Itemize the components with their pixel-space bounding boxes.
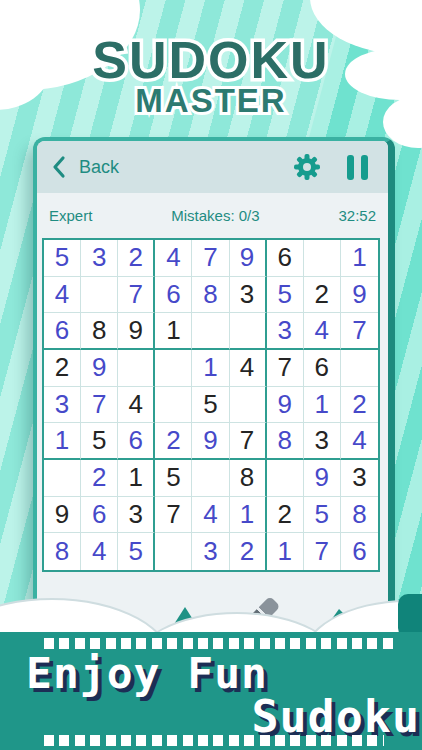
sudoku-cell[interactable]: 4 [118, 387, 155, 424]
sudoku-cell[interactable]: 9 [81, 350, 118, 387]
sudoku-cell[interactable] [341, 350, 378, 387]
sudoku-cell[interactable]: 8 [267, 423, 304, 460]
sudoku-cell[interactable]: 5 [81, 423, 118, 460]
sudoku-cell[interactable]: 1 [267, 533, 304, 570]
sudoku-cell[interactable]: 3 [81, 240, 118, 277]
sudoku-cell[interactable]: 5 [155, 460, 192, 497]
sudoku-cell[interactable]: 6 [118, 423, 155, 460]
sudoku-cell[interactable]: 6 [155, 277, 192, 314]
sudoku-cell[interactable]: 4 [304, 313, 341, 350]
sudoku-cell[interactable]: 9 [341, 277, 378, 314]
sudoku-cell[interactable]: 4 [341, 423, 378, 460]
sudoku-cell[interactable]: 1 [44, 423, 81, 460]
sudoku-cell[interactable]: 3 [44, 387, 81, 424]
sudoku-cell[interactable] [267, 460, 304, 497]
sudoku-cell[interactable] [155, 533, 192, 570]
timer: 32:52 [338, 207, 376, 224]
sudoku-cell[interactable]: 1 [192, 350, 229, 387]
status-row: Expert Mistakes: 0/3 32:52 [37, 193, 388, 238]
mistakes-counter: Mistakes: 0/3 [92, 207, 338, 224]
screenshot-root: SUDOKU MASTER Back [0, 0, 422, 750]
sudoku-cell[interactable]: 7 [230, 423, 267, 460]
sudoku-cell[interactable] [118, 350, 155, 387]
sudoku-cell[interactable]: 1 [118, 460, 155, 497]
sudoku-cell[interactable]: 2 [81, 460, 118, 497]
pause-icon [347, 155, 354, 180]
sudoku-cell[interactable]: 6 [44, 313, 81, 350]
app-title: SUDOKU [0, 30, 422, 90]
back-button[interactable]: Back [51, 155, 119, 179]
sudoku-cell[interactable]: 9 [44, 497, 81, 534]
sudoku-cell[interactable]: 9 [230, 240, 267, 277]
sudoku-cell[interactable]: 5 [304, 497, 341, 534]
sudoku-cell[interactable]: 4 [81, 533, 118, 570]
sudoku-cell[interactable]: 8 [81, 313, 118, 350]
sudoku-cell[interactable]: 2 [267, 497, 304, 534]
sudoku-cell[interactable]: 6 [341, 533, 378, 570]
sudoku-cell[interactable] [192, 313, 229, 350]
sudoku-cell[interactable]: 7 [118, 277, 155, 314]
sudoku-cell[interactable]: 9 [267, 387, 304, 424]
sudoku-cell[interactable]: 2 [230, 533, 267, 570]
sudoku-cell[interactable] [192, 460, 229, 497]
app-bar: Back [37, 141, 388, 193]
sudoku-cell[interactable]: 8 [192, 277, 229, 314]
difficulty-label: Expert [49, 207, 92, 224]
sudoku-cell[interactable]: 8 [341, 497, 378, 534]
sudoku-cell[interactable] [230, 387, 267, 424]
sudoku-cell[interactable]: 6 [304, 350, 341, 387]
sudoku-cell[interactable]: 7 [155, 497, 192, 534]
sudoku-cell[interactable]: 7 [304, 533, 341, 570]
sudoku-cell[interactable]: 6 [81, 497, 118, 534]
sudoku-cell[interactable]: 3 [341, 460, 378, 497]
sudoku-cell[interactable]: 2 [304, 277, 341, 314]
sudoku-cell[interactable] [304, 240, 341, 277]
chevron-left-icon [51, 155, 67, 179]
sudoku-cell[interactable] [155, 350, 192, 387]
sudoku-board: 5324796147683529689134729147637459121562… [42, 238, 380, 572]
sudoku-cell[interactable]: 8 [44, 533, 81, 570]
sudoku-cell[interactable]: 4 [230, 350, 267, 387]
sudoku-cell[interactable] [230, 313, 267, 350]
sudoku-cell[interactable]: 2 [44, 350, 81, 387]
sudoku-cell[interactable]: 3 [267, 313, 304, 350]
sudoku-cell[interactable]: 7 [81, 387, 118, 424]
caption-band: Enjoy Fun Sudoku [0, 632, 422, 750]
sudoku-cell[interactable]: 3 [230, 277, 267, 314]
game-screenshot-card: Back [33, 137, 395, 640]
sudoku-cell[interactable]: 4 [192, 497, 229, 534]
sudoku-cell[interactable]: 4 [44, 277, 81, 314]
sudoku-cell[interactable]: 3 [304, 423, 341, 460]
sudoku-cell[interactable]: 2 [341, 387, 378, 424]
sudoku-cell[interactable] [81, 277, 118, 314]
sudoku-cell[interactable]: 9 [118, 313, 155, 350]
caption-line1: Enjoy Fun [26, 648, 268, 698]
sudoku-cell[interactable]: 5 [192, 387, 229, 424]
sudoku-cell[interactable]: 1 [341, 240, 378, 277]
sudoku-cell[interactable]: 3 [192, 533, 229, 570]
sudoku-cell[interactable]: 6 [267, 240, 304, 277]
sudoku-cell[interactable]: 4 [155, 240, 192, 277]
sudoku-cell[interactable]: 8 [230, 460, 267, 497]
sudoku-cell[interactable]: 5 [267, 277, 304, 314]
pause-button[interactable] [347, 155, 368, 180]
sudoku-cell[interactable]: 9 [304, 460, 341, 497]
sudoku-cell[interactable] [44, 460, 81, 497]
sudoku-cell[interactable] [155, 387, 192, 424]
sudoku-cell[interactable]: 7 [267, 350, 304, 387]
sudoku-cell[interactable]: 7 [341, 313, 378, 350]
sudoku-cell[interactable]: 1 [304, 387, 341, 424]
sudoku-cell[interactable]: 5 [44, 240, 81, 277]
sudoku-cell[interactable]: 7 [192, 240, 229, 277]
settings-button[interactable] [293, 153, 321, 181]
sudoku-cell[interactable]: 2 [155, 423, 192, 460]
sudoku-cell[interactable]: 3 [118, 497, 155, 534]
sudoku-cell[interactable]: 1 [155, 313, 192, 350]
sudoku-cell[interactable]: 2 [118, 240, 155, 277]
sudoku-cell[interactable]: 5 [118, 533, 155, 570]
app-subtitle: MASTER [0, 82, 422, 120]
back-label: Back [79, 157, 119, 178]
gear-icon [293, 153, 321, 181]
sudoku-cell[interactable]: 1 [230, 497, 267, 534]
dotted-divider-bottom [44, 735, 384, 746]
sudoku-cell[interactable]: 9 [192, 423, 229, 460]
